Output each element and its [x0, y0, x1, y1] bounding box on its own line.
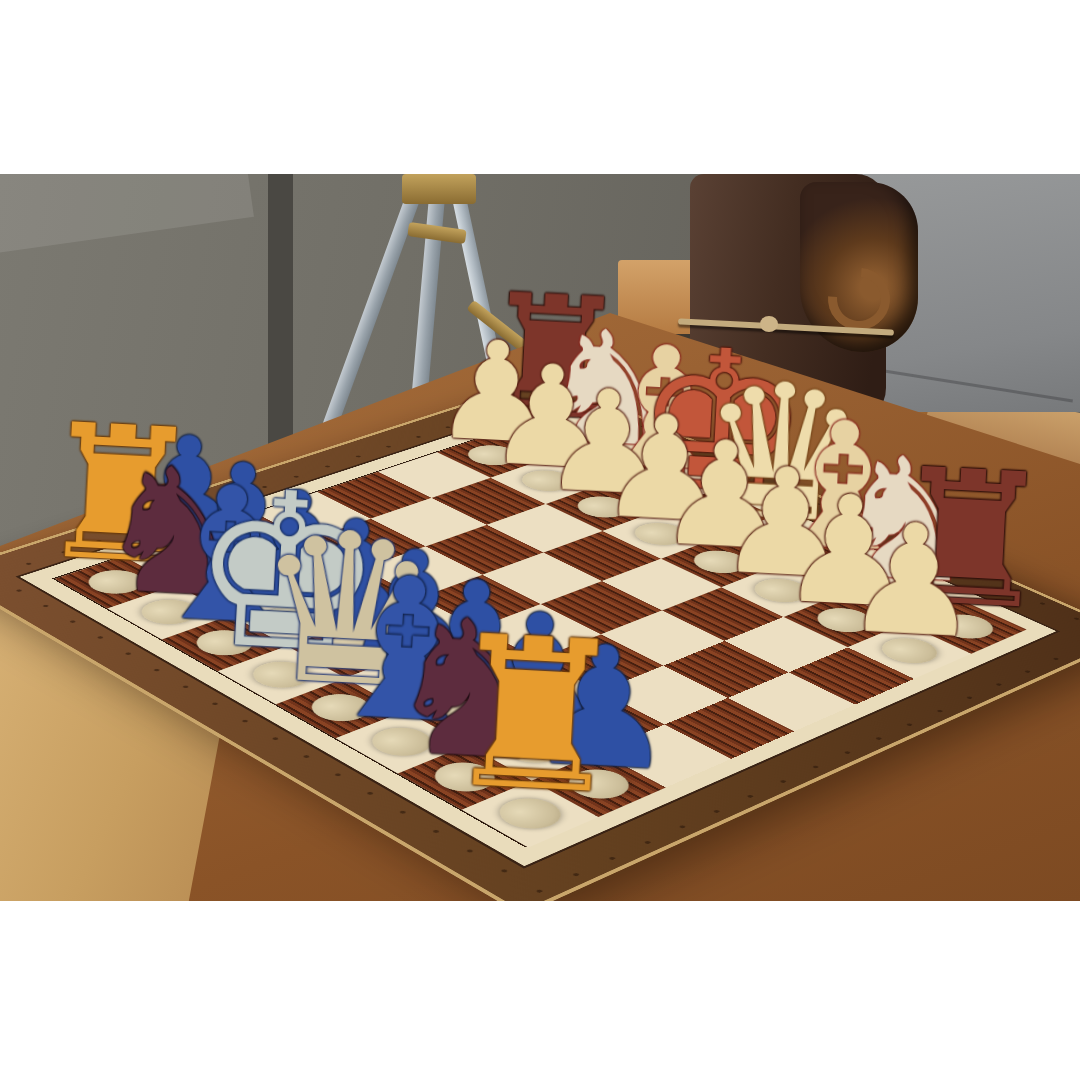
piece-base-a8 [487, 793, 573, 835]
tripod-head-brass [402, 174, 476, 204]
piece-base-b7 [492, 729, 575, 768]
piece-base-d8 [300, 689, 381, 727]
piece-base-f8 [185, 625, 264, 660]
wall-light-streak [0, 174, 254, 258]
letterbox-top [0, 0, 1080, 174]
piece-base-c8 [360, 722, 443, 761]
piece-base-a2 [871, 633, 948, 668]
letterbox-bottom [0, 901, 1080, 1080]
piece-base-a7 [557, 764, 641, 805]
vessel-twine-knot [760, 316, 778, 332]
piece-base-d7 [369, 663, 449, 700]
photo-scene: HELME ♜♟♟♜♞♟♟♞♝♟♟♝♚♟♟♚♛♟♟♛♝♟♟♝♞♟♟♞♜♟♟♜ [0, 174, 1080, 901]
piece-base-e7 [311, 632, 390, 667]
piece-base-b8 [423, 757, 507, 798]
